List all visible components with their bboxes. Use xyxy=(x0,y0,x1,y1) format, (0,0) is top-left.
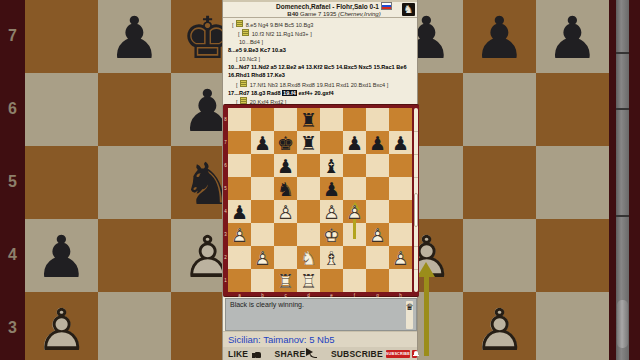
notation-move[interactable]: 17.Nf1 Nb3 18.Rxd8 Rxd8 19.Rd1 Rxd1 20.B… xyxy=(248,81,388,87)
square-h5[interactable] xyxy=(389,177,412,200)
square-b6[interactable] xyxy=(251,154,274,177)
square-d4[interactable] xyxy=(297,200,320,223)
notation-line: 10...Nd7 11.Nd2 a5 12.Be2 a4 13.Kf2 Bc5 … xyxy=(226,63,414,71)
square-b4[interactable] xyxy=(251,200,274,223)
piece-black-pawn: ♟ xyxy=(389,131,412,154)
square-a7[interactable] xyxy=(228,131,251,154)
square-g4[interactable] xyxy=(366,200,389,223)
piece-white-pawn: ♙ xyxy=(389,246,412,269)
piece-black-king: ♚ xyxy=(274,131,297,154)
rank-label: 5 xyxy=(223,186,228,191)
notation-line: 10...Bd4 ] xyxy=(226,38,414,46)
share-arrow-icon[interactable] xyxy=(309,349,317,358)
square-e8[interactable] xyxy=(320,108,343,131)
piece-white-bishop: ♗ xyxy=(320,246,343,269)
square-a2[interactable] xyxy=(228,246,251,269)
evaluation-text: Black is clearly winning. xyxy=(230,301,304,308)
square-f6[interactable] xyxy=(343,154,366,177)
square-b5[interactable] xyxy=(251,177,274,200)
bell-icon xyxy=(414,351,418,355)
piece-white-knight: ♘ xyxy=(297,246,320,269)
cta-bar: LIKE SHARE SUBSCRIBE SUBSCRIBE xyxy=(223,347,417,360)
notation-move[interactable]: 8.e5 Ng4 9.Bf4 Bc5 10.Bg3 xyxy=(244,22,313,28)
notation-line: [ 17.Nf1 Nb3 18.Rxd8 Rxd8 19.Rd1 Rxd1 20… xyxy=(226,80,414,89)
annotation-icon xyxy=(240,80,247,87)
analysis-box: Black is clearly winning. ♛ xyxy=(225,298,417,331)
piece-black-pawn: ♟ xyxy=(251,131,274,154)
square-h2[interactable]: ♟♙ xyxy=(389,246,412,269)
square-c3[interactable] xyxy=(274,223,297,246)
square-f8[interactable] xyxy=(343,108,366,131)
notation-move[interactable]: 8...e5 9.Be3 Kc7 10.a3 xyxy=(228,47,286,53)
square-g6[interactable] xyxy=(366,154,389,177)
square-a3[interactable]: ♟♙ xyxy=(228,223,251,246)
share-button[interactable]: SHARE xyxy=(275,349,306,359)
square-c2[interactable] xyxy=(274,246,297,269)
square-c7[interactable]: ♚ xyxy=(274,131,297,154)
subscribe-label: SUBSCRIBE xyxy=(331,349,383,359)
black-queen-icon: ♛ xyxy=(405,302,414,312)
rank-label: 1 xyxy=(223,278,228,283)
square-g1[interactable] xyxy=(366,269,389,292)
square-h4[interactable] xyxy=(389,200,412,223)
annotation-icon xyxy=(236,20,243,27)
piece-black-rook: ♜ xyxy=(297,131,320,154)
square-h1[interactable] xyxy=(389,269,412,292)
square-e6[interactable]: ♝ xyxy=(320,154,343,177)
thumbs-up-icon[interactable] xyxy=(252,349,258,358)
annotation-icon xyxy=(242,29,249,36)
square-f4[interactable]: ♟♙ xyxy=(343,200,366,223)
square-b8[interactable] xyxy=(251,108,274,131)
square-e4[interactable]: ♟♙ xyxy=(320,200,343,223)
subscribe-button[interactable]: SUBSCRIBE xyxy=(386,350,410,358)
like-button[interactable]: LIKE xyxy=(228,349,248,359)
square-g3[interactable]: ♟♙ xyxy=(366,223,389,246)
square-g7[interactable]: ♟ xyxy=(366,131,389,154)
chess-board[interactable]: ♜♟♚♜♟♟♟♟♝♞♟♟♟♙♟♙♟♙♟♙♚♔♟♙♟♙♞♘♝♗♟♙♜♖♜♖ xyxy=(228,108,412,292)
square-b1[interactable] xyxy=(251,269,274,292)
piece-white-pawn: ♙ xyxy=(320,200,343,223)
square-a8[interactable] xyxy=(228,108,251,131)
square-d8[interactable]: ♜ xyxy=(297,108,320,131)
rank-label: 6 xyxy=(223,163,228,168)
square-a6[interactable] xyxy=(228,154,251,177)
square-g2[interactable] xyxy=(366,246,389,269)
annotation-icon xyxy=(240,97,247,104)
square-d1[interactable]: ♜♖ xyxy=(297,269,320,292)
square-h6[interactable] xyxy=(389,154,412,177)
rank-label: 2 xyxy=(223,255,228,260)
notation-move[interactable]: [ 10.Nc3 ] xyxy=(236,56,260,62)
piece-black-knight: ♞ xyxy=(274,177,297,200)
board-frame: ♜♟♚♜♟♟♟♟♝♞♟♟♟♙♟♙♟♙♟♙♚♔♟♙♟♙♞♘♝♗♟♙♜♖♜♖ 876… xyxy=(223,104,419,297)
square-a4[interactable]: ♟ xyxy=(228,200,251,223)
square-d2[interactable]: ♞♘ xyxy=(297,246,320,269)
scrollbar-tick xyxy=(414,154,418,155)
piece-white-rook: ♖ xyxy=(297,269,320,292)
notation-move[interactable]: 10.f3 Nf2 11.Rg1 Nd3+ ] xyxy=(250,30,312,36)
caption-strip: Sicilian: Taimanov: 5 Nb5 xyxy=(223,331,417,347)
square-e3[interactable]: ♚♔ xyxy=(320,223,343,246)
square-b3[interactable] xyxy=(251,223,274,246)
notation-line: [ 8.e5 Ng4 9.Bf4 Bc5 10.Bg3 xyxy=(226,20,414,29)
notation-move[interactable]: exf4+ 20.gxf4 xyxy=(297,90,334,96)
square-a5[interactable] xyxy=(228,177,251,200)
notation-line: [ 10.Nc3 ] xyxy=(226,55,414,63)
black-knight-icon: ♞ xyxy=(402,3,415,16)
notation-pane[interactable]: [ 8.e5 Ng4 9.Bf4 Bc5 10.Bg3[ 10.f3 Nf2 1… xyxy=(223,18,417,104)
russia-flag-icon xyxy=(381,2,392,10)
square-h8[interactable] xyxy=(389,108,412,131)
notation-line: [ 20.Kxf4 Rxd2 ] xyxy=(226,97,414,104)
square-h7[interactable]: ♟ xyxy=(389,131,412,154)
piece-white-pawn: ♙ xyxy=(366,223,389,246)
square-g8[interactable] xyxy=(366,108,389,131)
rank-label: 8 xyxy=(223,117,228,122)
piece-white-pawn: ♙ xyxy=(228,223,251,246)
notation-move[interactable]: 10...Nd7 11.Nd2 a5 12.Be2 a4 13.Kf2 Bc5 … xyxy=(228,64,407,70)
scrollbar-thumb[interactable] xyxy=(414,193,418,227)
square-d7[interactable]: ♜ xyxy=(297,131,320,154)
opening-caption: Sicilian: Taimanov: 5 Nb5 xyxy=(223,332,417,345)
square-d5[interactable] xyxy=(297,177,320,200)
square-g5[interactable] xyxy=(366,177,389,200)
notation-line: 17...Rd7 18.g3 Rad8 19.f4 exf4+ 20.gxf4 xyxy=(226,89,414,97)
square-f1[interactable] xyxy=(343,269,366,292)
players-result: Domenech,Rafael - Flohr,Salo 0-1 xyxy=(276,3,379,10)
piece-white-rook: ♖ xyxy=(274,269,297,292)
square-c1[interactable]: ♜♖ xyxy=(274,269,297,292)
piece-black-pawn: ♟ xyxy=(320,177,343,200)
notation-move[interactable]: [ xyxy=(236,81,239,87)
piece-black-pawn: ♟ xyxy=(366,131,389,154)
notification-bell-button[interactable] xyxy=(412,350,417,358)
piece-black-pawn: ♟ xyxy=(228,200,251,223)
game-header: Domenech,Rafael - Flohr,Salo 0-1 B40 Gam… xyxy=(223,2,417,17)
scrollbar-tick xyxy=(414,246,418,247)
board-scrollbar[interactable] xyxy=(414,108,418,292)
square-e7[interactable] xyxy=(320,131,343,154)
notation-move[interactable]: [ xyxy=(238,30,241,36)
piece-white-pawn: ♙ xyxy=(274,200,297,223)
piece-white-king: ♔ xyxy=(320,223,343,246)
scrollbar-tick xyxy=(414,269,418,270)
square-a1[interactable] xyxy=(228,269,251,292)
square-c6[interactable]: ♟ xyxy=(274,154,297,177)
square-b7[interactable]: ♟ xyxy=(251,131,274,154)
square-c5[interactable]: ♞ xyxy=(274,177,297,200)
piece-white-pawn: ♙ xyxy=(251,246,274,269)
piece-black-bishop: ♝ xyxy=(320,154,343,177)
square-f2[interactable] xyxy=(343,246,366,269)
piece-black-pawn: ♟ xyxy=(274,154,297,177)
notation-line: 16.Rhd1 Rhd8 17.Ke3 xyxy=(226,71,414,79)
scrollbar-tick xyxy=(414,177,418,178)
notation-line: 8...e5 9.Be3 Kc7 10.a3 xyxy=(226,46,414,54)
square-d6[interactable] xyxy=(297,154,320,177)
square-h3[interactable] xyxy=(389,223,412,246)
notation-move[interactable]: 17...Rd7 18.g3 Rad8 xyxy=(228,90,282,96)
rank-label: 7 xyxy=(223,140,228,145)
piece-white-pawn: ♙ xyxy=(343,200,366,223)
current-move[interactable]: 19.f4 xyxy=(282,90,297,96)
square-e5[interactable]: ♟ xyxy=(320,177,343,200)
game-title: Domenech,Rafael - Flohr,Salo 0-1 xyxy=(223,2,417,11)
square-f5[interactable] xyxy=(343,177,366,200)
chessbase-panel: Domenech,Rafael - Flohr,Salo 0-1 B40 Gam… xyxy=(222,0,418,360)
square-d3[interactable] xyxy=(297,223,320,246)
square-c8[interactable] xyxy=(274,108,297,131)
square-e2[interactable]: ♝♗ xyxy=(320,246,343,269)
piece-black-pawn: ♟ xyxy=(343,131,366,154)
square-c4[interactable]: ♟♙ xyxy=(274,200,297,223)
notation-move[interactable]: 10...Bd4 ] xyxy=(239,39,263,45)
square-b2[interactable]: ♟♙ xyxy=(251,246,274,269)
notation-move[interactable]: [ xyxy=(232,22,235,28)
square-f7[interactable]: ♟ xyxy=(343,131,366,154)
scrollbar-tick xyxy=(414,131,418,132)
notation-line: [ 10.f3 Nf2 11.Rg1 Nd3+ ] xyxy=(226,29,414,38)
notation-move[interactable]: 16.Rhd1 Rhd8 17.Ke3 xyxy=(228,72,285,78)
square-e1[interactable] xyxy=(320,269,343,292)
piece-black-rook: ♜ xyxy=(297,108,320,131)
